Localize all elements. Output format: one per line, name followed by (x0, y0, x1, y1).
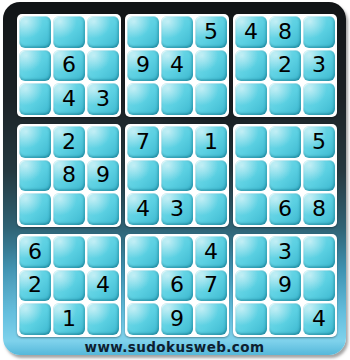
cell-r2c7[interactable] (235, 50, 267, 82)
cell-r8c5[interactable]: 6 (161, 270, 193, 302)
cell-r2c6[interactable] (195, 50, 227, 82)
cell-r9c8[interactable] (269, 303, 301, 335)
cell-r1c6[interactable]: 5 (195, 16, 227, 48)
cell-r2c9[interactable]: 3 (303, 50, 335, 82)
cell-r8c4[interactable] (127, 270, 159, 302)
cell-r9c4[interactable] (127, 303, 159, 335)
cell-r3c6[interactable] (195, 83, 227, 115)
cell-r1c4[interactable] (127, 16, 159, 48)
site-link[interactable]: www.sudokusweb.com (3, 339, 346, 355)
cell-r8c2[interactable] (53, 270, 85, 302)
cell-r5c2[interactable]: 8 (53, 160, 85, 192)
cell-r6c3[interactable] (87, 193, 119, 225)
cell-r8c7[interactable] (235, 270, 267, 302)
cell-r7c4[interactable] (127, 236, 159, 268)
box-2: 594 (125, 14, 229, 117)
box-5: 7143 (125, 124, 229, 227)
cell-r6c4[interactable]: 4 (127, 193, 159, 225)
cell-r7c7[interactable] (235, 236, 267, 268)
sudoku-board: 6435944823289714356862414679394 (17, 14, 337, 337)
cell-r9c9[interactable]: 4 (303, 303, 335, 335)
cell-r5c8[interactable] (269, 160, 301, 192)
cell-r8c1[interactable]: 2 (19, 270, 51, 302)
cell-r4c4[interactable]: 7 (127, 126, 159, 158)
cell-r4c1[interactable] (19, 126, 51, 158)
box-8: 4679 (125, 234, 229, 337)
box-1: 643 (17, 14, 121, 117)
cell-r1c3[interactable] (87, 16, 119, 48)
cell-r3c1[interactable] (19, 83, 51, 115)
cell-r1c8[interactable]: 8 (269, 16, 301, 48)
cell-r2c5[interactable]: 4 (161, 50, 193, 82)
cell-r5c1[interactable] (19, 160, 51, 192)
cell-r4c8[interactable] (269, 126, 301, 158)
cell-r4c2[interactable]: 2 (53, 126, 85, 158)
cell-r2c8[interactable]: 2 (269, 50, 301, 82)
cell-r2c4[interactable]: 9 (127, 50, 159, 82)
cell-r1c1[interactable] (19, 16, 51, 48)
cell-r8c8[interactable]: 9 (269, 270, 301, 302)
cell-r4c9[interactable]: 5 (303, 126, 335, 158)
cell-r5c3[interactable]: 9 (87, 160, 119, 192)
cell-r1c5[interactable] (161, 16, 193, 48)
cell-r3c2[interactable]: 4 (53, 83, 85, 115)
cell-r5c7[interactable] (235, 160, 267, 192)
cell-r3c7[interactable] (235, 83, 267, 115)
cell-r9c2[interactable]: 1 (53, 303, 85, 335)
cell-r7c3[interactable] (87, 236, 119, 268)
cell-r9c1[interactable] (19, 303, 51, 335)
cell-r9c5[interactable]: 9 (161, 303, 193, 335)
cell-r3c4[interactable] (127, 83, 159, 115)
cell-r6c7[interactable] (235, 193, 267, 225)
box-4: 289 (17, 124, 121, 227)
cell-r3c5[interactable] (161, 83, 193, 115)
cell-r6c6[interactable] (195, 193, 227, 225)
cell-r1c7[interactable]: 4 (235, 16, 267, 48)
cell-r9c3[interactable] (87, 303, 119, 335)
cell-r7c8[interactable]: 3 (269, 236, 301, 268)
cell-r4c5[interactable] (161, 126, 193, 158)
cell-r8c9[interactable] (303, 270, 335, 302)
cell-r2c2[interactable]: 6 (53, 50, 85, 82)
sudoku-card: 6435944823289714356862414679394 www.sudo… (3, 2, 346, 355)
box-7: 6241 (17, 234, 121, 337)
box-9: 394 (233, 234, 337, 337)
cell-r6c1[interactable] (19, 193, 51, 225)
cell-r7c9[interactable] (303, 236, 335, 268)
cell-r3c9[interactable] (303, 83, 335, 115)
cell-r6c8[interactable]: 6 (269, 193, 301, 225)
cell-r4c6[interactable]: 1 (195, 126, 227, 158)
cell-r7c2[interactable] (53, 236, 85, 268)
cell-r8c6[interactable]: 7 (195, 270, 227, 302)
cell-r7c6[interactable]: 4 (195, 236, 227, 268)
cell-r6c9[interactable]: 8 (303, 193, 335, 225)
cell-r4c3[interactable] (87, 126, 119, 158)
cell-r9c6[interactable] (195, 303, 227, 335)
cell-r3c3[interactable]: 3 (87, 83, 119, 115)
cell-r5c5[interactable] (161, 160, 193, 192)
cell-r3c8[interactable] (269, 83, 301, 115)
cell-r1c9[interactable] (303, 16, 335, 48)
cell-r6c2[interactable] (53, 193, 85, 225)
cell-r7c5[interactable] (161, 236, 193, 268)
cell-r2c3[interactable] (87, 50, 119, 82)
cell-r6c5[interactable]: 3 (161, 193, 193, 225)
cell-r5c6[interactable] (195, 160, 227, 192)
cell-r8c3[interactable]: 4 (87, 270, 119, 302)
cell-r9c7[interactable] (235, 303, 267, 335)
box-6: 568 (233, 124, 337, 227)
cell-r4c7[interactable] (235, 126, 267, 158)
cell-r5c9[interactable] (303, 160, 335, 192)
cell-r7c1[interactable]: 6 (19, 236, 51, 268)
box-3: 4823 (233, 14, 337, 117)
cell-r1c2[interactable] (53, 16, 85, 48)
cell-r5c4[interactable] (127, 160, 159, 192)
cell-r2c1[interactable] (19, 50, 51, 82)
